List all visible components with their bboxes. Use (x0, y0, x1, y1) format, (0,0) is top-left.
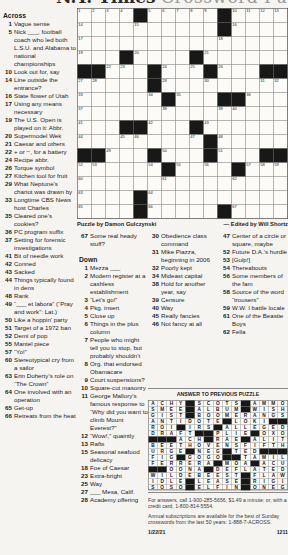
clue-text: Using any means necessary (14, 100, 62, 115)
grid-cell[interactable] (92, 191, 106, 205)
clue-number: 35 (176, 93, 181, 98)
clue-item: 59W.W. I battle locale (221, 304, 288, 312)
clue-number: 60 (3, 356, 12, 364)
grid-cell[interactable] (274, 93, 288, 107)
black-square (218, 23, 232, 37)
grid-cell[interactable] (218, 79, 232, 93)
grid-cell[interactable] (274, 177, 288, 191)
grid-cell[interactable]: 46 (134, 135, 148, 149)
grid-cell[interactable]: 62 (232, 177, 246, 191)
grid-cell[interactable] (260, 23, 274, 37)
grid-cell[interactable]: 36 (246, 93, 260, 107)
grid-cell[interactable] (120, 107, 134, 121)
black-square (218, 93, 232, 107)
clue-item: 52Demi of pop (3, 332, 77, 340)
grid-cell[interactable]: 58 (260, 163, 274, 177)
grid-cell[interactable] (218, 121, 232, 135)
grid-cell[interactable] (176, 205, 190, 219)
grid-cell[interactable] (204, 205, 218, 219)
grid-cell[interactable]: 8 (190, 9, 204, 23)
clue-text: Obedience class command (161, 233, 207, 248)
grid-cell[interactable]: 14 (78, 23, 92, 37)
grid-cell[interactable] (260, 51, 274, 65)
grid-cell[interactable] (204, 23, 218, 37)
grid-cell[interactable]: 49 (106, 149, 120, 163)
grid-cell[interactable]: 29 (162, 79, 176, 93)
clue-item: 43Sacked (3, 268, 77, 276)
down-clues-column-2: 30Obedience class command31Mike Piazza, … (150, 232, 220, 392)
grid-cell[interactable] (120, 93, 134, 107)
clue-text: Get-up (14, 404, 33, 411)
grid-cell[interactable] (232, 191, 246, 205)
grid-cell[interactable] (190, 93, 204, 107)
grid-cell[interactable]: 18 (218, 37, 232, 51)
grid-cell[interactable] (106, 23, 120, 37)
black-square (78, 65, 92, 79)
clue-item: 48Rank (3, 292, 77, 300)
grid-cell[interactable]: 59 (274, 163, 288, 177)
grid-cell[interactable] (92, 205, 106, 219)
grid-cell[interactable] (176, 37, 190, 51)
grid-cell[interactable] (92, 177, 106, 191)
grid-cell[interactable] (246, 23, 260, 37)
grid-cell[interactable] (246, 177, 260, 191)
clue-text: Erin Doherty’s role on “The Crown” (14, 372, 73, 387)
grid-cell[interactable] (162, 191, 176, 205)
grid-cell[interactable]: 9 (204, 9, 218, 23)
clue-text: Some members of the fam (232, 273, 283, 288)
black-square (204, 149, 218, 163)
grid-cell[interactable] (274, 121, 288, 135)
grid-cell[interactable] (204, 191, 218, 205)
grid-cell[interactable] (148, 37, 162, 51)
clue-number: 27 (78, 79, 83, 84)
grid-cell[interactable] (260, 205, 274, 219)
grid-cell[interactable] (190, 205, 204, 219)
grid-cell[interactable] (176, 107, 190, 121)
clue-text: Mantel piece (14, 340, 49, 347)
clue-item: 34Mideast capital (150, 272, 220, 280)
grid-cell[interactable] (162, 121, 176, 135)
grid-cell[interactable]: 41 (78, 121, 92, 135)
grid-cell[interactable] (106, 191, 120, 205)
grid-cell[interactable]: 34 (148, 93, 162, 107)
grid-cell[interactable] (246, 107, 260, 121)
clue-text: Mideast capital (161, 273, 202, 280)
grid-cell[interactable] (232, 37, 246, 51)
clue-item: 49“___ et labora” (“Pray and work”: Lat.… (3, 300, 77, 316)
grid-cell[interactable] (148, 135, 162, 149)
black-square (274, 65, 288, 79)
clue-number: 65 (3, 404, 12, 412)
grid-cell[interactable] (274, 191, 288, 205)
black-square (204, 135, 218, 149)
grid-cell[interactable] (232, 135, 246, 149)
masthead-subtitle: Crossword Puzzle (161, 0, 288, 7)
grid-cell[interactable]: 13 (274, 9, 288, 23)
clue-item: 27___ Mesa, Calif. (79, 488, 148, 496)
clue-number: 61 (162, 177, 167, 182)
grid-cell[interactable]: 16 (232, 23, 246, 37)
grid-cell[interactable]: 21 (204, 51, 218, 65)
grid-cell[interactable] (246, 79, 260, 93)
clue-number: 31 (150, 248, 159, 256)
grid-cell[interactable]: 23 (120, 65, 134, 79)
clue-number: 38 (150, 280, 159, 288)
clue-item: 47Center of a circle or square, maybe (221, 232, 288, 248)
grid-cell[interactable]: 67 (232, 205, 246, 219)
grid-cell[interactable] (246, 51, 260, 65)
clue-text: Not fancy at all (161, 321, 202, 328)
black-square (134, 191, 148, 205)
clue-item: 7People who might tell you to stop, but … (79, 336, 148, 360)
grid-cell[interactable] (260, 135, 274, 149)
grid-cell[interactable]: 26 (218, 65, 232, 79)
grid-cell[interactable]: 4 (120, 9, 134, 23)
grid-cell[interactable]: 37 (78, 107, 92, 121)
grid-cell[interactable]: 31 (260, 79, 274, 93)
grid-cell[interactable]: 50 (162, 149, 176, 163)
grid-cell[interactable] (260, 191, 274, 205)
clue-item: 13Rafts (79, 440, 148, 448)
grid-cell[interactable] (92, 23, 106, 37)
grid-cell[interactable] (134, 163, 148, 177)
clue-item: 11George Mallory’s famous response to “W… (79, 392, 148, 432)
grid-cell[interactable]: 63 (78, 191, 92, 205)
clue-number: 2 (92, 9, 94, 14)
grid-cell[interactable] (176, 135, 190, 149)
grid-cell[interactable] (176, 191, 190, 205)
grid-cell[interactable] (190, 177, 204, 191)
clue-text: Mezza ___ (90, 264, 120, 271)
black-square (232, 163, 246, 177)
clue-text: Recipe abbr. (14, 156, 49, 163)
clue-item: 10Square-cut masonry (79, 384, 148, 392)
clue-item: 1Mezza ___ (79, 264, 148, 272)
clue-number: 26 (218, 65, 223, 70)
grid-cell[interactable] (274, 37, 288, 51)
grid-cell[interactable] (134, 149, 148, 163)
clue-number: 58 (260, 163, 265, 168)
grid-cell[interactable] (218, 191, 232, 205)
grid-cell[interactable] (246, 135, 260, 149)
clue-number: 52 (78, 163, 83, 168)
grid-cell[interactable] (106, 163, 120, 177)
grid-cell[interactable] (246, 37, 260, 51)
grid-cell[interactable] (120, 23, 134, 37)
grid-cell[interactable]: 65 (78, 205, 92, 219)
clue-item: 25Way (79, 480, 148, 488)
grid-cell[interactable] (120, 205, 134, 219)
grid-cell[interactable] (274, 107, 288, 121)
clue-number: 55 (176, 163, 181, 168)
grid-cell[interactable] (120, 177, 134, 191)
grid-cell[interactable]: 33 (78, 93, 92, 107)
grid-cell[interactable] (260, 37, 274, 51)
clue-number: 41 (3, 252, 12, 260)
grid-cell[interactable]: 35 (176, 93, 190, 107)
grid-cell[interactable] (134, 107, 148, 121)
clue-text: Really fancies (161, 313, 200, 320)
clue-text: Caesar and others (14, 140, 65, 147)
grid-cell[interactable] (134, 65, 148, 79)
grid-cell[interactable]: 57 (246, 163, 260, 177)
grid-cell[interactable] (232, 51, 246, 65)
clue-number: 4 (120, 9, 122, 14)
grid-cell[interactable]: 12 (260, 9, 274, 23)
clue-text: Target of a 1972 ban (14, 324, 71, 331)
clue-number: 28 (92, 79, 97, 84)
grid-cell[interactable] (92, 107, 106, 121)
black-square (92, 149, 106, 163)
clue-item: 15Seasonal seafood delicacy (79, 448, 148, 464)
grid-cell[interactable] (246, 149, 260, 163)
clue-text: Way (161, 305, 173, 312)
grid-cell[interactable] (120, 149, 134, 163)
grid-cell[interactable] (162, 23, 176, 37)
grid-cell[interactable] (162, 37, 176, 51)
grid-cell[interactable]: 42 (148, 121, 162, 135)
grid-cell[interactable] (134, 177, 148, 191)
clue-item: 27Kitchen tool for fruit (3, 172, 77, 180)
clue-number: 1 (78, 9, 80, 14)
grid-cell[interactable] (190, 79, 204, 93)
grid-cell[interactable] (190, 37, 204, 51)
grid-cell[interactable] (148, 107, 162, 121)
clue-number: 2 (79, 272, 88, 280)
grid-cell[interactable]: 28 (92, 79, 106, 93)
grid-cell[interactable] (134, 37, 148, 51)
grid-cell[interactable] (92, 93, 106, 107)
grid-cell[interactable]: 39 (218, 107, 232, 121)
grid-cell[interactable] (218, 51, 232, 65)
grid-cell[interactable]: 19 (78, 51, 92, 65)
grid-cell[interactable] (246, 121, 260, 135)
grid-cell[interactable]: 43 (204, 121, 218, 135)
grid-cell[interactable]: 61 (162, 177, 176, 191)
grid-cell[interactable] (246, 191, 260, 205)
clue-number: 66 (3, 412, 12, 420)
grid-cell[interactable] (148, 51, 162, 65)
grid-cell[interactable] (176, 177, 190, 191)
grid-cell[interactable]: 45 (120, 135, 134, 149)
grid-cell[interactable] (162, 51, 176, 65)
clue-number: 37 (78, 107, 83, 112)
grid-cell[interactable] (190, 23, 204, 37)
clue-item: 8Org. that endorsed Obamacare (79, 360, 148, 376)
grid-cell[interactable] (120, 191, 134, 205)
grid-cell[interactable] (92, 135, 106, 149)
clue-item: 42Conned (3, 260, 77, 268)
grid-cell[interactable] (176, 23, 190, 37)
grid-cell[interactable] (260, 121, 274, 135)
clue-number: 30 (204, 79, 209, 84)
grid-cell[interactable]: 56 (204, 163, 218, 177)
clue-text: W.W. I battle locale (232, 305, 285, 312)
grid-cell[interactable] (274, 23, 288, 37)
clue-item: 31Mike Piazza, beginning in 2006 (150, 248, 220, 264)
clue-number: 32 (150, 264, 159, 272)
clue-text: Future D.A.’s hurdle (232, 249, 287, 256)
grid-cell[interactable] (176, 121, 190, 135)
grid-cell[interactable] (134, 79, 148, 93)
grid-cell[interactable]: 15 (134, 23, 148, 37)
clue-number: 24 (162, 65, 167, 70)
grid-cell[interactable] (120, 79, 134, 93)
clue-item: 44Things typically found in dens (3, 276, 77, 292)
grid-cell[interactable] (148, 177, 162, 191)
grid-cell[interactable]: 54 (148, 163, 162, 177)
clue-number: 21 (3, 140, 12, 148)
clue-number: 38 (162, 107, 167, 112)
clue-number: 48 (3, 292, 12, 300)
clue-number: 17 (3, 100, 12, 108)
grid-cell[interactable]: 7 (176, 9, 190, 23)
clue-text: Demi of pop (14, 332, 47, 339)
grid-cell[interactable] (92, 37, 106, 51)
grid-cell[interactable]: 55 (176, 163, 190, 177)
grid-cell[interactable] (204, 107, 218, 121)
grid-cell[interactable] (218, 163, 232, 177)
grid-cell[interactable]: 64 (148, 191, 162, 205)
grid-cell[interactable]: 44 (78, 135, 92, 149)
grid-cell[interactable] (204, 177, 218, 191)
down-header: Down (79, 255, 148, 264)
grid-cell[interactable] (246, 65, 260, 79)
clue-text: Rank (14, 292, 28, 299)
grid-cell[interactable]: 52 (78, 163, 92, 177)
clue-number: 54 (221, 264, 230, 272)
grid-cell[interactable]: 3 (106, 9, 120, 23)
grid-cell[interactable] (190, 163, 204, 177)
grid-cell[interactable] (204, 37, 218, 51)
grid-cell[interactable]: 53 (92, 163, 106, 177)
black-square (134, 205, 148, 219)
clue-item: 29What Neptune’s chariot was drawn by (3, 180, 77, 196)
grid-cell[interactable]: 17 (78, 37, 92, 51)
clue-number: 13 (274, 9, 279, 14)
grid-cell[interactable]: 25 (190, 65, 204, 79)
clue-number: 23 (120, 65, 125, 70)
grid-cell[interactable]: 38 (162, 107, 176, 121)
grid-cell[interactable] (190, 107, 204, 121)
answer-letter-cell: G (278, 485, 287, 491)
grid-cell[interactable] (176, 65, 190, 79)
clue-item: 64One involved with an operation (3, 388, 77, 404)
grid-cell[interactable]: 11 (246, 9, 260, 23)
clue-text: Mike Piazza, beginning in 2006 (161, 249, 210, 264)
grid-cell[interactable] (274, 51, 288, 65)
grid-cell[interactable]: 47 (190, 135, 204, 149)
clue-number: 19 (78, 51, 83, 56)
grid-cell[interactable] (260, 93, 274, 107)
clue-item: 14Line outside the entrance? (3, 76, 77, 92)
grid-cell[interactable]: 32 (274, 79, 288, 93)
grid-cell[interactable] (106, 205, 120, 219)
grid-cell[interactable]: 20 (134, 51, 148, 65)
grid-cell[interactable] (148, 23, 162, 37)
grid-cell[interactable]: 60 (78, 177, 92, 191)
clue-item: 40Way (150, 304, 220, 312)
grid-cell[interactable] (260, 177, 274, 191)
grid-cell[interactable]: 27 (78, 79, 92, 93)
clue-item: 24Recipe abbr. (3, 156, 77, 164)
grid-cell[interactable]: 1 (78, 9, 92, 23)
grid-cell[interactable] (106, 107, 120, 121)
grid-cell[interactable]: 48 (218, 135, 232, 149)
grid-cell[interactable] (176, 79, 190, 93)
grid-cell[interactable] (246, 205, 260, 219)
clue-item: 54Thereabouts (221, 264, 288, 272)
clue-text: Close up (90, 312, 114, 319)
grid-cell[interactable] (232, 149, 246, 163)
grid-cell[interactable] (106, 177, 120, 191)
grid-cell[interactable]: 40 (232, 107, 246, 121)
grid-cell[interactable] (106, 121, 120, 135)
clue-text: Org. that endorsed Obamacare (90, 360, 142, 375)
grid-cell[interactable] (232, 121, 246, 135)
clue-item: 5Nick ___, football coach who led both L… (3, 28, 77, 68)
grid-cell[interactable] (190, 191, 204, 205)
clue-text: Some real heady stuff? (90, 233, 137, 248)
grid-cell[interactable] (274, 135, 288, 149)
grid-cell[interactable] (162, 135, 176, 149)
grid-cell[interactable] (176, 149, 190, 163)
grid-cell[interactable] (232, 65, 246, 79)
grid-cell[interactable] (162, 205, 176, 219)
answer-black-square (186, 485, 195, 491)
clue-number: 43 (204, 121, 209, 126)
black-square (260, 149, 274, 163)
grid-cell[interactable]: 51 (218, 149, 232, 163)
grid-cell[interactable]: 2 (92, 9, 106, 23)
grid-cell[interactable] (176, 51, 190, 65)
grid-cell[interactable] (218, 177, 232, 191)
answer-letter-cell: E (269, 485, 278, 491)
grid-cell[interactable] (232, 79, 246, 93)
grid-cell[interactable]: 6 (162, 9, 176, 23)
grid-cell[interactable]: 24 (162, 65, 176, 79)
grid-cell[interactable]: 5 (148, 9, 162, 23)
grid-cell[interactable] (190, 149, 204, 163)
grid-cell[interactable] (92, 51, 106, 65)
grid-cell[interactable] (120, 163, 134, 177)
clue-item: 53[Gulp!] (221, 256, 288, 264)
grid-cell[interactable] (106, 135, 120, 149)
grid-cell[interactable] (106, 93, 120, 107)
grid-cell[interactable] (134, 93, 148, 107)
clue-item: 55Mantel piece (3, 340, 77, 348)
grid-cell[interactable] (106, 79, 120, 93)
grid-cell[interactable]: 10 (232, 9, 246, 23)
grid-cell[interactable] (106, 51, 120, 65)
grid-cell[interactable]: 30 (204, 79, 218, 93)
grid-cell[interactable] (274, 205, 288, 219)
grid-cell[interactable] (106, 37, 120, 51)
black-square (218, 9, 232, 23)
clue-number: 14 (78, 23, 83, 28)
grid-cell[interactable]: 66 (148, 205, 162, 219)
grid-cell[interactable] (260, 107, 274, 121)
grid-cell[interactable]: 22 (106, 65, 120, 79)
clue-number: 48 (218, 135, 223, 140)
grid-cell[interactable] (92, 121, 106, 135)
clue-item: 6Things in the plus column (79, 320, 148, 336)
grid-cell[interactable] (120, 37, 134, 51)
clue-text: Hold for another year, say (161, 281, 205, 296)
grid-cell[interactable] (204, 93, 218, 107)
clue-number: 67 (232, 205, 237, 210)
